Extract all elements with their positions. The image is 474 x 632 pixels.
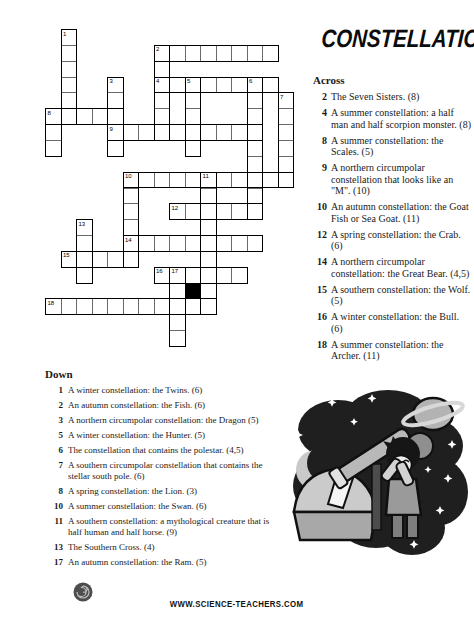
clue-text: A spring constellation: the Lion. (3) [68, 486, 285, 497]
grid-cell-r9c12[interactable] [231, 172, 248, 189]
grid-clue-number-8: 8 [46, 109, 60, 117]
grid-cell-r13c6[interactable] [138, 235, 155, 252]
grid-cell-r2c1[interactable] [61, 61, 78, 78]
clue-number: 2 [313, 91, 331, 103]
grid-clue-number-4: 4 [155, 78, 169, 86]
grid-cell-r6c12[interactable] [231, 124, 248, 141]
clue-across-18: 18A summer constellation: the Archer. (1… [313, 339, 473, 362]
clue-number: 11 [45, 516, 68, 538]
grid-cell-r7c0[interactable] [45, 140, 62, 157]
clue-text: A winter constellation: the Hunter. (5) [68, 430, 285, 441]
grid-cell-r6c7[interactable] [154, 124, 171, 141]
grid-cell-r14c5[interactable] [123, 251, 140, 268]
clue-number: 10 [45, 501, 68, 512]
grid-cell-r1c11[interactable] [216, 45, 233, 62]
grid-clue-number-5: 5 [186, 78, 200, 86]
grid-cell-r17c9[interactable] [185, 298, 202, 315]
grid-cell-r6c15[interactable] [278, 124, 295, 141]
clue-down-11: 11A southern constellation: a mythologic… [45, 516, 285, 538]
clue-text: A northern circumpolar constellation tha… [331, 162, 473, 197]
grid-cell-r1c9[interactable] [185, 45, 202, 62]
page-title-text: CONSTELLATIONS [321, 24, 474, 53]
grid-cell-r10c5[interactable] [123, 188, 140, 205]
grid-cell-r13c7[interactable] [154, 235, 171, 252]
grid-cell-r11c12[interactable] [231, 203, 248, 220]
grid-cell-r14c2[interactable] [76, 251, 93, 268]
grid-cell-r4c4[interactable] [107, 92, 124, 109]
grid-clue-number-10: 10 [124, 173, 138, 181]
grid-cell-r17c5[interactable] [123, 298, 140, 315]
clue-text: A winter constellation: the Twins. (6) [68, 385, 285, 396]
grid-cell-r6c8[interactable] [169, 124, 186, 141]
grid-cell-r3c11[interactable] [216, 77, 233, 94]
clue-number: 8 [313, 135, 331, 158]
grid-cell-r4c13[interactable] [247, 92, 264, 109]
clue-number: 2 [45, 400, 68, 411]
grid-cell-r5c4[interactable] [107, 108, 124, 125]
clue-down-5: 5A winter constellation: the Hunter. (5) [45, 430, 285, 441]
grid-cell-r15c11[interactable] [216, 267, 233, 284]
clue-across-12: 12A spring constellation: the Crab. (6) [313, 229, 473, 252]
grid-cell-r15c9[interactable] [185, 267, 202, 284]
grid-cell-r16c8[interactable] [169, 283, 186, 300]
grid-cell-r17c2[interactable] [76, 298, 93, 315]
grid-cell-r11c10[interactable] [200, 203, 217, 220]
grid-cell-r13c8[interactable] [169, 235, 186, 252]
clue-across-14: 14A northern circumpolar constellation: … [313, 256, 473, 279]
grid-cell-r11c13[interactable] [247, 203, 264, 220]
grid-cell-r11c9[interactable] [185, 203, 202, 220]
grid-cell-r9c6[interactable] [138, 172, 155, 189]
clue-down-8: 8A spring constellation: the Lion. (3) [45, 486, 285, 497]
clue-number: 13 [45, 542, 68, 553]
grid-cell-r15c12[interactable] [231, 267, 248, 284]
clue-down-13: 13The Southern Cross. (4) [45, 542, 285, 553]
grid-cell-r10c10[interactable] [200, 188, 217, 205]
clue-number: 6 [45, 445, 68, 456]
grid-cell-r9c14[interactable] [262, 172, 279, 189]
clue-text: A southern constellation: a mythological… [68, 516, 285, 538]
grid-cell-r5c3[interactable] [92, 108, 109, 125]
grid-cell-r17c7[interactable] [154, 298, 171, 315]
grid-cell-r3c8[interactable] [169, 77, 186, 94]
clue-text: A spring constellation: the Crab. (6) [331, 229, 473, 252]
clue-number: 5 [45, 430, 68, 441]
grid-cell-r4c7[interactable] [154, 92, 171, 109]
grid-clue-number-1: 1 [62, 30, 76, 38]
grid-cell-r9c15[interactable] [278, 172, 295, 189]
grid-cell-r11c5[interactable] [123, 203, 140, 220]
grid-cell-r7c4[interactable] [107, 140, 124, 157]
grid-cell-r13c9[interactable] [185, 235, 202, 252]
clue-number: 14 [313, 256, 331, 279]
clue-across-4: 4A summer constellation: a half man and … [313, 107, 473, 130]
grid-cell-r17c8[interactable] [169, 298, 186, 315]
clue-text: A summer constellation: the Archer. (11) [331, 339, 473, 362]
clue-number: 7 [45, 460, 68, 482]
page-title: CONSTELLATIONS [301, 24, 473, 53]
across-heading: Across [313, 74, 473, 86]
grid-cell-r6c13[interactable] [247, 124, 264, 141]
clue-number: 15 [313, 284, 331, 307]
clue-text: A southern constellation: the Wolf. (5) [331, 284, 473, 307]
clue-text: An autumn constellation: the Fish. (6) [68, 400, 285, 411]
clue-number: 3 [45, 415, 68, 426]
grid-cell-r13c2[interactable] [76, 235, 93, 252]
clue-text: A summer constellation: the Scales. (5) [331, 135, 473, 158]
grid-cell-r17c4[interactable] [107, 298, 124, 315]
clue-across-9: 9A northern circumpolar constellation th… [313, 162, 473, 197]
grid-cell-r5c13[interactable] [247, 108, 264, 125]
grid-cell-r12c5[interactable] [123, 219, 140, 236]
grid-cell-r17c10[interactable] [200, 298, 217, 315]
grid-clue-number-9: 9 [108, 125, 122, 133]
clue-number: 17 [45, 557, 68, 568]
website-url: WWW.SCIENCE-TEACHERS.COM [0, 593, 474, 611]
clue-across-15: 15A southern constellation: the Wolf. (5… [313, 284, 473, 307]
grid-cell-r7c9[interactable] [185, 140, 202, 157]
clue-across-10: 10An autumn constellation: the Goat Fish… [313, 201, 473, 224]
grid-cell-r7c15[interactable] [278, 140, 295, 157]
black-cell [186, 284, 201, 299]
grid-cell-r17c3[interactable] [92, 298, 109, 315]
grid-cell-r13c10[interactable] [200, 235, 217, 252]
grid-cell-r13c12[interactable] [231, 235, 248, 252]
grid-cell-r3c10[interactable] [200, 77, 217, 94]
clue-text: An autumn constellation: the Ram. (5) [68, 557, 285, 568]
grid-cell-r8c15[interactable] [278, 156, 295, 173]
grid-clue-number-18: 18 [46, 299, 60, 307]
clue-down-1: 1A winter constellation: the Twins. (6) [45, 385, 285, 396]
grid-cell-r6c0[interactable] [45, 124, 62, 141]
grid-clue-number-2: 2 [155, 46, 169, 54]
clue-down-6: 6The constellation that contains the pol… [45, 445, 285, 456]
website-url-text: WWW.SCIENCE-TEACHERS.COM [170, 599, 304, 609]
grid-cell-r7c13[interactable] [247, 140, 264, 157]
grid-cell-r8c13[interactable] [247, 156, 264, 173]
grid-cell-r9c8[interactable] [169, 172, 186, 189]
grid-cell-r1c12[interactable] [231, 45, 248, 62]
grid-cell-r6c11[interactable] [216, 124, 233, 141]
clue-down-2: 2An autumn constellation: the Fish. (6) [45, 400, 285, 411]
grid-cell-r3c14[interactable] [262, 77, 279, 94]
clue-number: 4 [313, 107, 331, 130]
grid-cell-r5c7[interactable] [154, 108, 171, 125]
grid-cell-r16c10[interactable] [200, 283, 217, 300]
astronomy-clipart-image [280, 378, 472, 564]
grid-cell-r12c10[interactable] [200, 219, 217, 236]
grid-cell-r4c1[interactable] [61, 92, 78, 109]
grid-cell-r17c1[interactable] [61, 298, 78, 315]
clue-across-2: 2The Seven Sisters. (8) [313, 91, 473, 103]
clue-across-16: 16A winter constellation: the Bull. (6) [313, 311, 473, 334]
clue-number: 1 [45, 385, 68, 396]
clue-number: 10 [313, 201, 331, 224]
clue-text: The Seven Sisters. (8) [331, 91, 473, 103]
grid-cell-r15c10[interactable] [200, 267, 217, 284]
grid-cell-r14c3[interactable] [92, 251, 109, 268]
grid-cell-r14c4[interactable] [107, 251, 124, 268]
grid-cell-r5c15[interactable] [278, 108, 295, 125]
grid-cell-r14c10[interactable] [200, 251, 217, 268]
grid-cell-r19c8[interactable] [169, 330, 186, 347]
grid-cell-r9c13[interactable] [247, 172, 264, 189]
grid-cell-r3c1[interactable] [61, 77, 78, 94]
down-section: Down 1A winter constellation: the Twins.… [45, 368, 285, 572]
grid-cell-r13c13[interactable] [247, 235, 264, 252]
grid-cell-r1c1[interactable] [61, 45, 78, 62]
clue-across-8: 8A summer constellation: the Scales. (5) [313, 135, 473, 158]
grid-cell-r9c9[interactable] [185, 172, 202, 189]
grid-cell-r4c9[interactable] [185, 92, 202, 109]
clue-number: 9 [313, 162, 331, 197]
grid-cell-r6c9[interactable] [185, 124, 202, 141]
grid-cell-r1c10[interactable] [200, 45, 217, 62]
clue-text: A northern circumpolar constellation: th… [68, 415, 285, 426]
grid-cell-r6c6[interactable] [138, 124, 155, 141]
clue-number: 18 [313, 339, 331, 362]
clue-text: The constellation that contains the pole… [68, 445, 285, 456]
down-heading: Down [45, 368, 285, 380]
grid-cell-r1c14[interactable] [262, 45, 279, 62]
clue-down-17: 17An autumn constellation: the Ram. (5) [45, 557, 285, 568]
clue-text: A summer constellation: the Swan. (6) [68, 501, 285, 512]
grid-cell-r5c2[interactable] [76, 108, 93, 125]
grid-clue-number-17: 17 [170, 268, 184, 276]
clue-text: An autumn constellation: the Goat Fish o… [331, 201, 473, 224]
clue-number: 8 [45, 486, 68, 497]
clue-down-3: 3A northern circumpolar constellation: t… [45, 415, 285, 426]
worksheet-page: 123456789101112131415161718 CONSTELLATIO… [0, 0, 474, 632]
grid-cell-r5c1[interactable] [61, 108, 78, 125]
clue-down-10: 10A summer constellation: the Swan. (6) [45, 501, 285, 512]
grid-cell-r9c11[interactable] [216, 172, 233, 189]
crossword-grid: 123456789101112131415161718 [45, 29, 295, 348]
grid-clue-number-14: 14 [124, 236, 138, 244]
grid-clue-number-6: 6 [248, 78, 262, 86]
grid-cell-r6c10[interactable] [200, 124, 217, 141]
across-clue-list: 2The Seven Sisters. (8)4A summer constel… [313, 91, 473, 362]
grid-clue-number-12: 12 [170, 204, 184, 212]
grid-cell-r10c13[interactable] [247, 188, 264, 205]
clue-number: 12 [313, 229, 331, 252]
grid-cell-r3c12[interactable] [231, 77, 248, 94]
clue-text: The Southern Cross. (4) [68, 542, 285, 553]
grid-cell-r5c9[interactable] [185, 108, 202, 125]
grid-cell-r15c2[interactable] [76, 267, 93, 284]
clue-text: A summer constellation: a half man and h… [331, 107, 473, 130]
grid-cell-r1c8[interactable] [169, 45, 186, 62]
grid-clue-number-16: 16 [155, 268, 169, 276]
clue-text: A northern circumpolar constellation: th… [331, 256, 473, 279]
grid-cell-r11c11[interactable] [216, 203, 233, 220]
grid-clue-number-3: 3 [108, 78, 122, 86]
down-clue-list: 1A winter constellation: the Twins. (6)2… [45, 385, 285, 568]
grid-clue-number-13: 13 [77, 220, 91, 228]
clue-text: A winter constellation: the Bull. (6) [331, 311, 473, 334]
grid-cell-r13c11[interactable] [216, 235, 233, 252]
grid-clue-number-15: 15 [62, 252, 76, 260]
across-section: Across 2The Seven Sisters. (8)4A summer … [313, 74, 473, 366]
grid-cell-r9c7[interactable] [154, 172, 171, 189]
grid-cell-r6c5[interactable] [123, 124, 140, 141]
grid-clue-number-11: 11 [201, 173, 215, 181]
grid-cell-r17c6[interactable] [138, 298, 155, 315]
clue-number: 16 [313, 311, 331, 334]
grid-cell-r18c8[interactable] [169, 314, 186, 331]
clue-down-7: 7A southern circumpolar constellation th… [45, 460, 285, 482]
grid-cell-r2c7[interactable] [154, 61, 171, 78]
grid-clue-number-7: 7 [279, 93, 293, 101]
clue-text: A southern circumpolar constellation tha… [68, 460, 285, 482]
grid-cell-r1c13[interactable] [247, 45, 264, 62]
